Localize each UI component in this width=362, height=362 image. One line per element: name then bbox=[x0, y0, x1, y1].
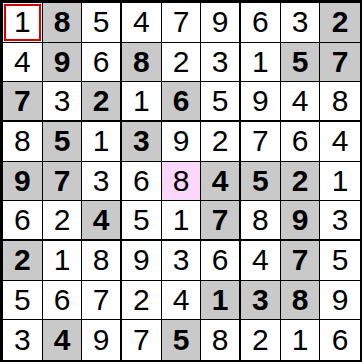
cell-r9c6[interactable]: 8 bbox=[201, 320, 241, 360]
cell-r8c4[interactable]: 2 bbox=[122, 281, 162, 321]
cell-r8c6[interactable]: 1 bbox=[201, 281, 241, 321]
cell-value: 3 bbox=[332, 205, 349, 235]
cell-r4c3[interactable]: 1 bbox=[82, 122, 122, 162]
cell-r6c7[interactable]: 8 bbox=[241, 201, 281, 241]
cell-value: 3 bbox=[212, 47, 229, 77]
cell-r6c6[interactable]: 7 bbox=[201, 201, 241, 241]
cell-r8c3[interactable]: 7 bbox=[82, 281, 122, 321]
sudoku-board: 1854796324968231577321659488513927649736… bbox=[0, 0, 362, 362]
cell-value: 9 bbox=[173, 126, 190, 156]
cell-value: 5 bbox=[332, 245, 349, 275]
cell-r6c9[interactable]: 3 bbox=[320, 201, 360, 241]
cell-r6c2[interactable]: 2 bbox=[43, 201, 83, 241]
cell-value: 2 bbox=[212, 126, 229, 156]
cell-r8c7[interactable]: 3 bbox=[241, 281, 281, 321]
cell-value: 2 bbox=[54, 205, 71, 235]
cell-value: 3 bbox=[93, 166, 110, 196]
cell-value: 2 bbox=[14, 245, 31, 275]
cell-r7c9[interactable]: 5 bbox=[320, 241, 360, 281]
cell-r9c7[interactable]: 2 bbox=[241, 320, 281, 360]
cell-r5c2[interactable]: 7 bbox=[43, 162, 83, 202]
cell-value: 4 bbox=[292, 86, 309, 116]
cell-value: 3 bbox=[292, 7, 309, 37]
cell-r2c4[interactable]: 8 bbox=[122, 43, 162, 83]
cell-value: 5 bbox=[252, 166, 269, 196]
cell-r2c1[interactable]: 4 bbox=[3, 43, 43, 83]
cell-value: 4 bbox=[14, 47, 31, 77]
cell-value: 6 bbox=[252, 7, 269, 37]
cell-r9c9[interactable]: 6 bbox=[320, 320, 360, 360]
cell-r4c6[interactable]: 2 bbox=[201, 122, 241, 162]
cell-value: 5 bbox=[292, 47, 309, 77]
cell-value: 5 bbox=[212, 86, 229, 116]
cell-r1c2[interactable]: 8 bbox=[43, 3, 83, 43]
cell-r7c3[interactable]: 8 bbox=[82, 241, 122, 281]
cell-value: 1 bbox=[54, 245, 71, 275]
cell-value: 9 bbox=[252, 86, 269, 116]
cell-value: 6 bbox=[332, 325, 349, 355]
cell-value: 6 bbox=[173, 86, 190, 116]
cell-value: 5 bbox=[14, 285, 31, 315]
cell-value: 8 bbox=[292, 285, 309, 315]
cell-value: 7 bbox=[212, 205, 229, 235]
cell-r1c5[interactable]: 7 bbox=[162, 3, 202, 43]
cell-value: 1 bbox=[14, 7, 31, 37]
cell-r1c1[interactable]: 1 bbox=[3, 3, 43, 43]
cell-value: 6 bbox=[54, 285, 71, 315]
cell-r5c7[interactable]: 5 bbox=[241, 162, 281, 202]
cell-value: 7 bbox=[173, 7, 190, 37]
cell-value: 7 bbox=[133, 325, 150, 355]
cell-r4c1[interactable]: 8 bbox=[3, 122, 43, 162]
cell-value: 5 bbox=[173, 325, 190, 355]
cell-value: 9 bbox=[212, 7, 229, 37]
cell-r6c3[interactable]: 4 bbox=[82, 201, 122, 241]
cell-value: 7 bbox=[14, 86, 31, 116]
cell-value: 6 bbox=[14, 205, 31, 235]
cell-value: 5 bbox=[133, 205, 150, 235]
cell-value: 6 bbox=[212, 245, 229, 275]
cell-value: 9 bbox=[292, 205, 309, 235]
cell-r2c5[interactable]: 2 bbox=[162, 43, 202, 83]
cell-r4c5[interactable]: 9 bbox=[162, 122, 202, 162]
cell-value: 8 bbox=[93, 245, 110, 275]
cell-value: 6 bbox=[93, 47, 110, 77]
cell-r8c8[interactable]: 8 bbox=[281, 281, 321, 321]
cell-value: 2 bbox=[292, 166, 309, 196]
cell-value: 6 bbox=[133, 166, 150, 196]
cell-r5c4[interactable]: 6 bbox=[122, 162, 162, 202]
cell-r7c1[interactable]: 2 bbox=[3, 241, 43, 281]
cell-value: 4 bbox=[54, 325, 71, 355]
cell-value: 8 bbox=[252, 205, 269, 235]
cell-value: 4 bbox=[133, 7, 150, 37]
cell-value: 6 bbox=[292, 126, 309, 156]
cell-r5c6[interactable]: 4 bbox=[201, 162, 241, 202]
cell-value: 3 bbox=[14, 325, 31, 355]
cell-r6c4[interactable]: 5 bbox=[122, 201, 162, 241]
cell-value: 7 bbox=[292, 245, 309, 275]
cell-value: 2 bbox=[252, 325, 269, 355]
cell-r3c8[interactable]: 4 bbox=[281, 82, 321, 122]
cell-value: 7 bbox=[252, 126, 269, 156]
cell-r6c1[interactable]: 6 bbox=[3, 201, 43, 241]
cell-r9c8[interactable]: 1 bbox=[281, 320, 321, 360]
cell-value: 8 bbox=[54, 7, 71, 37]
cell-r1c6[interactable]: 9 bbox=[201, 3, 241, 43]
cell-value: 1 bbox=[173, 205, 190, 235]
cell-r6c8[interactable]: 9 bbox=[281, 201, 321, 241]
cell-r3c1[interactable]: 7 bbox=[3, 82, 43, 122]
cell-r7c6[interactable]: 6 bbox=[201, 241, 241, 281]
cell-value: 7 bbox=[93, 285, 110, 315]
cell-value: 5 bbox=[54, 126, 71, 156]
cell-value: 9 bbox=[93, 325, 110, 355]
cell-value: 1 bbox=[212, 285, 229, 315]
cell-r3c7[interactable]: 9 bbox=[241, 82, 281, 122]
cell-value: 8 bbox=[133, 47, 150, 77]
cell-value: 1 bbox=[93, 126, 110, 156]
cell-value: 8 bbox=[14, 126, 31, 156]
cell-value: 7 bbox=[54, 166, 71, 196]
cell-value: 3 bbox=[252, 285, 269, 315]
cell-r5c8[interactable]: 2 bbox=[281, 162, 321, 202]
cell-r9c4[interactable]: 7 bbox=[122, 320, 162, 360]
cell-value: 3 bbox=[133, 126, 150, 156]
cell-r2c3[interactable]: 6 bbox=[82, 43, 122, 83]
cell-r2c2[interactable]: 9 bbox=[43, 43, 83, 83]
cell-value: 1 bbox=[252, 47, 269, 77]
cell-r4c4[interactable]: 3 bbox=[122, 122, 162, 162]
cell-r1c3[interactable]: 5 bbox=[82, 3, 122, 43]
cell-value: 7 bbox=[332, 47, 349, 77]
cell-r2c7[interactable]: 1 bbox=[241, 43, 281, 83]
cell-r3c2[interactable]: 3 bbox=[43, 82, 83, 122]
cell-r7c5[interactable]: 3 bbox=[162, 241, 202, 281]
cell-r1c8[interactable]: 3 bbox=[281, 3, 321, 43]
cell-value: 2 bbox=[332, 7, 349, 37]
cell-r5c9[interactable]: 1 bbox=[320, 162, 360, 202]
cell-r2c9[interactable]: 7 bbox=[320, 43, 360, 83]
cell-value: 9 bbox=[133, 245, 150, 275]
cell-value: 1 bbox=[292, 325, 309, 355]
cell-value: 3 bbox=[173, 245, 190, 275]
cell-r4c7[interactable]: 7 bbox=[241, 122, 281, 162]
cell-r9c3[interactable]: 9 bbox=[82, 320, 122, 360]
cell-value: 4 bbox=[173, 285, 190, 315]
cell-value: 8 bbox=[332, 86, 349, 116]
cell-r7c4[interactable]: 9 bbox=[122, 241, 162, 281]
cell-r4c9[interactable]: 4 bbox=[320, 122, 360, 162]
cell-value: 4 bbox=[252, 245, 269, 275]
cell-value: 8 bbox=[173, 166, 190, 196]
cell-value: 2 bbox=[93, 86, 110, 116]
cell-value: 9 bbox=[54, 47, 71, 77]
cell-r3c9[interactable]: 8 bbox=[320, 82, 360, 122]
cell-r2c8[interactable]: 5 bbox=[281, 43, 321, 83]
cell-r5c3[interactable]: 3 bbox=[82, 162, 122, 202]
cell-r4c8[interactable]: 6 bbox=[281, 122, 321, 162]
cell-value: 9 bbox=[332, 285, 349, 315]
cell-r7c7[interactable]: 4 bbox=[241, 241, 281, 281]
cell-r9c2[interactable]: 4 bbox=[43, 320, 83, 360]
cell-r9c5[interactable]: 5 bbox=[162, 320, 202, 360]
cell-r1c4[interactable]: 4 bbox=[122, 3, 162, 43]
cell-r2c6[interactable]: 3 bbox=[201, 43, 241, 83]
cell-r8c5[interactable]: 4 bbox=[162, 281, 202, 321]
cell-value: 4 bbox=[212, 166, 229, 196]
cell-value: 3 bbox=[54, 86, 71, 116]
cell-r1c7[interactable]: 6 bbox=[241, 3, 281, 43]
cell-value: 8 bbox=[212, 325, 229, 355]
cell-value: 4 bbox=[332, 126, 349, 156]
cell-r5c5[interactable]: 8 bbox=[162, 162, 202, 202]
cell-r1c9[interactable]: 2 bbox=[320, 3, 360, 43]
cell-r8c9[interactable]: 9 bbox=[320, 281, 360, 321]
cell-value: 1 bbox=[332, 166, 349, 196]
cell-r3c3[interactable]: 2 bbox=[82, 82, 122, 122]
cell-r9c1[interactable]: 3 bbox=[3, 320, 43, 360]
cell-r7c2[interactable]: 1 bbox=[43, 241, 83, 281]
cell-r3c5[interactable]: 6 bbox=[162, 82, 202, 122]
cell-value: 1 bbox=[133, 86, 150, 116]
cell-r4c2[interactable]: 5 bbox=[43, 122, 83, 162]
cell-r3c4[interactable]: 1 bbox=[122, 82, 162, 122]
cell-value: 5 bbox=[93, 7, 110, 37]
cell-r8c2[interactable]: 6 bbox=[43, 281, 83, 321]
cell-r6c5[interactable]: 1 bbox=[162, 201, 202, 241]
cell-r5c1[interactable]: 9 bbox=[3, 162, 43, 202]
cell-value: 2 bbox=[173, 47, 190, 77]
cell-r8c1[interactable]: 5 bbox=[3, 281, 43, 321]
cell-r3c6[interactable]: 5 bbox=[201, 82, 241, 122]
cell-value: 9 bbox=[14, 166, 31, 196]
cell-value: 4 bbox=[93, 205, 110, 235]
cell-value: 2 bbox=[133, 285, 150, 315]
cell-r7c8[interactable]: 7 bbox=[281, 241, 321, 281]
